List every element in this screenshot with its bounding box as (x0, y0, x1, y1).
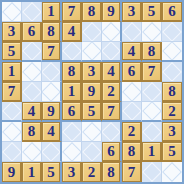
given-digit: 5 (148, 4, 156, 19)
cell-r2c8[interactable] (142, 22, 162, 42)
diamond-icon (122, 102, 141, 121)
diamond-icon (2, 2, 21, 21)
diamond-icon (22, 42, 41, 61)
cell-r7c9: 3 (162, 122, 182, 142)
given-digit: 8 (107, 164, 115, 179)
given-digit: 1 (68, 84, 76, 99)
diamond-icon (62, 122, 81, 141)
cell-r3c1: 5 (2, 42, 22, 62)
given-digit: 8 (168, 84, 176, 99)
cell-r7c6[interactable] (102, 122, 122, 142)
cell-r1c7: 3 (122, 2, 142, 22)
diamond-icon (102, 122, 121, 141)
diamond-icon (22, 2, 41, 21)
given-digit: 3 (68, 164, 76, 179)
diamond-icon (82, 142, 101, 161)
cell-r6c3: 9 (42, 102, 62, 122)
cell-r9c2: 1 (22, 162, 42, 182)
cell-r5c1: 7 (2, 82, 22, 102)
diamond-icon (82, 122, 101, 141)
given-digit: 3 (8, 24, 16, 39)
cell-r8c1[interactable] (2, 142, 22, 162)
sudoku-board: 1789356368457481834677192849657284236815… (0, 0, 184, 184)
cell-r9c1: 9 (2, 162, 22, 182)
diamond-icon (142, 102, 161, 121)
given-digit: 2 (168, 103, 176, 118)
given-digit: 3 (88, 64, 96, 79)
cell-r4c6: 4 (102, 62, 122, 82)
cell-r3c2[interactable] (22, 42, 42, 62)
diamond-icon (162, 62, 182, 81)
given-digit: 8 (28, 124, 36, 139)
given-digit: 9 (8, 164, 16, 179)
given-digit: 4 (68, 24, 76, 39)
cell-r6c8[interactable] (142, 102, 162, 122)
cell-r7c4[interactable] (62, 122, 82, 142)
cell-r5c8[interactable] (142, 82, 162, 102)
cell-r9c8[interactable] (142, 162, 162, 182)
cell-r4c1: 1 (2, 62, 22, 82)
cell-r4c2[interactable] (22, 62, 42, 82)
diamond-icon (102, 22, 121, 41)
given-digit: 2 (107, 84, 115, 99)
cell-r5c3[interactable] (42, 82, 62, 102)
cell-r4c9[interactable] (162, 62, 182, 82)
cell-r7c8[interactable] (142, 122, 162, 142)
given-digit: 6 (128, 64, 136, 79)
cell-r5c6: 2 (102, 82, 122, 102)
given-digit: 1 (8, 64, 16, 79)
diamond-icon (2, 142, 21, 161)
diamond-icon (62, 142, 81, 161)
cell-r1c1[interactable] (2, 2, 22, 22)
cell-r3c6[interactable] (102, 42, 122, 62)
cell-r8c3[interactable] (42, 142, 62, 162)
given-digit: 7 (8, 84, 16, 99)
cell-r2c4: 4 (62, 22, 82, 42)
given-digit: 1 (47, 4, 55, 19)
cell-r9c4: 3 (62, 162, 82, 182)
given-digit: 5 (168, 144, 176, 159)
diamond-icon (162, 162, 182, 182)
given-digit: 9 (88, 84, 96, 99)
cell-r8c4[interactable] (62, 142, 82, 162)
cell-r5c2[interactable] (22, 82, 42, 102)
diamond-icon (142, 22, 161, 41)
cell-r6c7[interactable] (122, 102, 142, 122)
given-digit: 4 (28, 103, 36, 118)
cell-r6c9: 2 (162, 102, 182, 122)
cell-r2c5[interactable] (82, 22, 102, 42)
cell-r7c1[interactable] (2, 122, 22, 142)
cell-r1c5: 8 (82, 2, 102, 22)
diamond-icon (62, 42, 81, 61)
cell-r7c7: 2 (122, 122, 142, 142)
given-digit: 9 (107, 4, 115, 19)
cell-r6c6: 7 (102, 102, 122, 122)
given-digit: 7 (47, 43, 55, 58)
cell-r4c5: 3 (82, 62, 102, 82)
given-digit: 4 (107, 64, 115, 79)
cell-r3c7: 4 (122, 42, 142, 62)
cell-r7c2: 8 (22, 122, 42, 142)
cell-r4c3[interactable] (42, 62, 62, 82)
cell-r6c1[interactable] (2, 102, 22, 122)
cell-r1c8: 5 (142, 2, 162, 22)
given-digit: 4 (47, 124, 55, 139)
cell-r5c5: 9 (82, 82, 102, 102)
given-digit: 8 (128, 144, 136, 159)
cell-r8c8: 1 (142, 142, 162, 162)
cell-r3c3: 7 (42, 42, 62, 62)
cell-r2c2: 6 (22, 22, 42, 42)
given-digit: 5 (47, 164, 55, 179)
given-digit: 2 (88, 164, 96, 179)
cell-r9c7: 7 (122, 162, 142, 182)
cell-r2c7[interactable] (122, 22, 142, 42)
cell-r7c3: 4 (42, 122, 62, 142)
cell-r8c5[interactable] (82, 142, 102, 162)
cell-r1c3: 1 (42, 2, 62, 22)
given-digit: 1 (28, 164, 36, 179)
cell-r8c2[interactable] (22, 142, 42, 162)
diamond-icon (82, 42, 101, 61)
cell-r9c5: 2 (82, 162, 102, 182)
cell-r2c3: 8 (42, 22, 62, 42)
given-digit: 4 (128, 43, 136, 58)
diamond-icon (42, 82, 61, 101)
cell-r5c4: 1 (62, 82, 82, 102)
given-digit: 2 (128, 124, 136, 139)
diamond-icon (2, 122, 21, 141)
diamond-icon (142, 162, 161, 182)
diamond-icon (122, 82, 141, 101)
cell-r2c9[interactable] (162, 22, 182, 42)
cell-r8c6: 6 (102, 142, 122, 162)
cell-r8c7: 8 (122, 142, 142, 162)
diamond-icon (22, 62, 41, 81)
cell-r6c4: 6 (62, 102, 82, 122)
diamond-icon (142, 122, 161, 141)
cell-r2c6[interactable] (102, 22, 122, 42)
given-digit: 9 (47, 103, 55, 118)
cell-r1c6: 9 (102, 2, 122, 22)
given-digit: 3 (128, 4, 136, 19)
given-digit: 7 (68, 4, 76, 19)
given-digit: 1 (148, 144, 156, 159)
diamond-icon (82, 22, 101, 41)
diamond-icon (102, 42, 121, 61)
cell-r9c9[interactable] (162, 162, 182, 182)
given-digit: 8 (88, 4, 96, 19)
diamond-icon (162, 42, 182, 61)
cell-r3c9[interactable] (162, 42, 182, 62)
cell-r9c6: 8 (102, 162, 122, 182)
cell-r2c1: 3 (2, 22, 22, 42)
page-body: { "game": "sudoku", "position": "..17893… (0, 0, 184, 184)
given-digit: 5 (8, 43, 16, 58)
cell-r6c5: 5 (82, 102, 102, 122)
given-digit: 8 (148, 43, 156, 58)
diamond-icon (2, 102, 21, 121)
diamond-icon (42, 142, 61, 161)
given-digit: 6 (28, 24, 36, 39)
diamond-icon (42, 62, 61, 81)
cell-r1c2[interactable] (22, 2, 42, 22)
diamond-icon (22, 142, 41, 161)
cell-r7c5[interactable] (82, 122, 102, 142)
cell-r9c3: 5 (42, 162, 62, 182)
cell-r1c4: 7 (62, 2, 82, 22)
cell-r8c9: 5 (162, 142, 182, 162)
cell-r3c8: 8 (142, 42, 162, 62)
cell-r4c7: 6 (122, 62, 142, 82)
diamond-icon (122, 22, 141, 41)
cell-r4c8: 7 (142, 62, 162, 82)
given-digit: 5 (88, 103, 96, 118)
cell-r3c4[interactable] (62, 42, 82, 62)
given-digit: 8 (68, 64, 76, 79)
cell-r1c9: 6 (162, 2, 182, 22)
given-digit: 7 (128, 164, 136, 179)
diamond-icon (22, 82, 41, 101)
given-digit: 3 (168, 124, 176, 139)
cell-r5c9: 8 (162, 82, 182, 102)
given-digit: 6 (168, 4, 176, 19)
cell-r5c7[interactable] (122, 82, 142, 102)
given-digit: 7 (107, 103, 115, 118)
given-digit: 6 (107, 144, 115, 159)
cell-r3c5[interactable] (82, 42, 102, 62)
cell-r4c4: 8 (62, 62, 82, 82)
diamond-icon (142, 82, 161, 101)
given-digit: 8 (47, 24, 55, 39)
cell-r6c2: 4 (22, 102, 42, 122)
diamond-icon (162, 22, 182, 41)
given-digit: 6 (68, 103, 76, 118)
given-digit: 7 (148, 64, 156, 79)
